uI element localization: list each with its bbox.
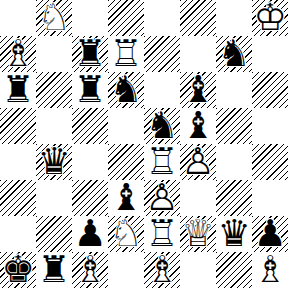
piece-black-rook[interactable]: ♜ (36, 252, 72, 288)
square-e4[interactable]: ♜♖ (144, 144, 180, 180)
piece-white-knight[interactable]: ♞♘ (108, 216, 144, 252)
square-b6[interactable] (36, 72, 72, 108)
square-g6[interactable] (216, 72, 252, 108)
square-b3[interactable] (36, 180, 72, 216)
square-f7[interactable] (180, 36, 216, 72)
square-e8[interactable] (144, 0, 180, 36)
piece-white-bishop[interactable]: ♝♗ (252, 252, 288, 288)
piece-glyph-outline: ♘ (36, 0, 72, 36)
square-c4[interactable] (72, 144, 108, 180)
square-e5[interactable]: ♞ (144, 108, 180, 144)
square-e2[interactable]: ♜♖ (144, 216, 180, 252)
square-b5[interactable] (36, 108, 72, 144)
square-e6[interactable] (144, 72, 180, 108)
piece-white-bishop[interactable]: ♝♗ (72, 252, 108, 288)
square-d3[interactable]: ♝ (108, 180, 144, 216)
piece-glyph: ♝ (180, 72, 216, 108)
piece-glyph-outline: ♔ (252, 0, 288, 36)
piece-glyph-outline: ♗ (0, 36, 36, 72)
piece-glyph-outline: ♖ (144, 144, 180, 180)
piece-black-rook[interactable]: ♜ (72, 36, 108, 72)
piece-glyph: ♞ (108, 72, 144, 108)
square-h7[interactable] (252, 36, 288, 72)
square-a3[interactable] (0, 180, 36, 216)
piece-glyph-outline: ♗ (252, 252, 288, 288)
piece-glyph-outline: ♗ (144, 252, 180, 288)
piece-black-bishop[interactable]: ♝ (108, 180, 144, 216)
square-b7[interactable] (36, 36, 72, 72)
piece-black-knight[interactable]: ♞ (108, 72, 144, 108)
piece-glyph-outline: ♙ (144, 180, 180, 216)
piece-glyph: ♞ (216, 36, 252, 72)
piece-glyph-outline: ♙ (180, 144, 216, 180)
piece-black-bishop[interactable]: ♝ (180, 72, 216, 108)
piece-white-pawn[interactable]: ♟♙ (144, 180, 180, 216)
piece-white-rook[interactable]: ♜♖ (108, 36, 144, 72)
piece-glyph: ♜ (36, 252, 72, 288)
piece-glyph-outline: ♗ (72, 252, 108, 288)
square-a2[interactable] (0, 216, 36, 252)
square-b2[interactable] (36, 216, 72, 252)
square-f2[interactable]: ♛♕ (180, 216, 216, 252)
square-d7[interactable]: ♜♖ (108, 36, 144, 72)
square-c8[interactable] (72, 0, 108, 36)
square-g1[interactable] (216, 252, 252, 288)
square-c5[interactable] (72, 108, 108, 144)
square-h3[interactable] (252, 180, 288, 216)
piece-white-bishop[interactable]: ♝♗ (144, 252, 180, 288)
square-e1[interactable]: ♝♗ (144, 252, 180, 288)
piece-glyph: ♝ (108, 180, 144, 216)
piece-glyph-outline: ♖ (108, 36, 144, 72)
piece-glyph: ♝ (180, 108, 216, 144)
square-e7[interactable] (144, 36, 180, 72)
square-g8[interactable] (216, 0, 252, 36)
square-b8[interactable]: ♞♘ (36, 0, 72, 36)
piece-glyph: ♜ (72, 72, 108, 108)
piece-white-queen[interactable]: ♛♕ (180, 216, 216, 252)
square-f1[interactable] (180, 252, 216, 288)
square-b4[interactable]: ♛ (36, 144, 72, 180)
square-b1[interactable]: ♜ (36, 252, 72, 288)
square-h1[interactable]: ♝♗ (252, 252, 288, 288)
piece-black-bishop[interactable]: ♝ (180, 108, 216, 144)
square-e3[interactable]: ♟♙ (144, 180, 180, 216)
square-h6[interactable] (252, 72, 288, 108)
piece-black-queen[interactable]: ♛ (216, 216, 252, 252)
piece-white-pawn[interactable]: ♟♙ (180, 144, 216, 180)
square-c6[interactable]: ♜ (72, 72, 108, 108)
square-g4[interactable] (216, 144, 252, 180)
square-d8[interactable] (108, 0, 144, 36)
piece-white-rook[interactable]: ♜♖ (144, 216, 180, 252)
square-c1[interactable]: ♝♗ (72, 252, 108, 288)
piece-white-knight[interactable]: ♞♘ (36, 0, 72, 36)
piece-glyph-outline: ♖ (144, 216, 180, 252)
piece-glyph: ♟ (72, 216, 108, 252)
square-f3[interactable] (180, 180, 216, 216)
square-d2[interactable]: ♞♘ (108, 216, 144, 252)
piece-white-bishop[interactable]: ♝♗ (0, 36, 36, 72)
square-f4[interactable]: ♟♙ (180, 144, 216, 180)
piece-glyph-outline: ♕ (180, 216, 216, 252)
square-a5[interactable] (0, 108, 36, 144)
square-f8[interactable] (180, 0, 216, 36)
piece-black-king[interactable]: ♚ (0, 252, 36, 288)
piece-white-king[interactable]: ♚♔ (252, 0, 288, 36)
piece-black-rook[interactable]: ♜ (72, 72, 108, 108)
square-f5[interactable]: ♝ (180, 108, 216, 144)
square-h4[interactable] (252, 144, 288, 180)
square-g7[interactable]: ♞ (216, 36, 252, 72)
piece-black-knight[interactable]: ♞ (216, 36, 252, 72)
square-c7[interactable]: ♜ (72, 36, 108, 72)
square-c2[interactable]: ♟ (72, 216, 108, 252)
square-h8[interactable]: ♚♔ (252, 0, 288, 36)
square-g2[interactable]: ♛ (216, 216, 252, 252)
square-a8[interactable] (0, 0, 36, 36)
piece-black-knight[interactable]: ♞ (144, 108, 180, 144)
square-a7[interactable]: ♝♗ (0, 36, 36, 72)
piece-glyph: ♚ (0, 252, 36, 288)
square-g5[interactable] (216, 108, 252, 144)
piece-glyph: ♟ (252, 216, 288, 252)
square-h2[interactable]: ♟ (252, 216, 288, 252)
chess-board: ♞♘♚♔♝♗♜♜♖♞♜♜♞♝♞♝♛♜♖♟♙♝♟♙♟♞♘♜♖♛♕♛♟♚♜♝♗♝♗♝… (0, 0, 288, 288)
piece-black-queen[interactable]: ♛ (36, 144, 72, 180)
piece-black-pawn[interactable]: ♟ (252, 216, 288, 252)
piece-glyph: ♛ (216, 216, 252, 252)
square-h5[interactable] (252, 108, 288, 144)
square-c3[interactable] (72, 180, 108, 216)
piece-glyph: ♞ (144, 108, 180, 144)
square-a6[interactable]: ♜ (0, 72, 36, 108)
square-f6[interactable]: ♝ (180, 72, 216, 108)
piece-glyph-outline: ♘ (108, 216, 144, 252)
square-a1[interactable]: ♚ (0, 252, 36, 288)
piece-white-rook[interactable]: ♜♖ (144, 144, 180, 180)
piece-glyph: ♜ (0, 72, 36, 108)
piece-black-rook[interactable]: ♜ (0, 72, 36, 108)
piece-glyph: ♛ (36, 144, 72, 180)
square-d5[interactable] (108, 108, 144, 144)
square-d1[interactable] (108, 252, 144, 288)
piece-glyph: ♜ (72, 36, 108, 72)
square-g3[interactable] (216, 180, 252, 216)
square-a4[interactable] (0, 144, 36, 180)
square-d6[interactable]: ♞ (108, 72, 144, 108)
piece-black-pawn[interactable]: ♟ (72, 216, 108, 252)
square-d4[interactable] (108, 144, 144, 180)
